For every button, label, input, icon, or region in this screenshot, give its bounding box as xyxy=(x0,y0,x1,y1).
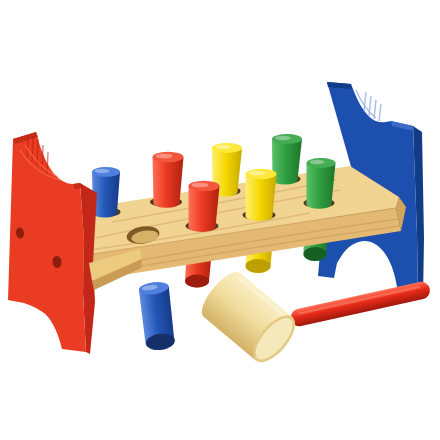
under-peg-yellow-bottom-face xyxy=(246,259,271,273)
peg-yellow-front-body xyxy=(246,174,277,221)
peg-blue-sheen xyxy=(95,169,110,173)
peg-red-back-body xyxy=(153,157,184,208)
peg-red-back-sheen xyxy=(156,154,173,159)
peg-green-back-sheen xyxy=(275,136,291,140)
peg-red-front xyxy=(186,181,220,232)
peg-green-front-body xyxy=(307,163,336,209)
mallet-head xyxy=(195,266,302,369)
peg-yellow-back-sheen xyxy=(215,145,231,149)
peg-red-front-sheen xyxy=(192,183,209,188)
peg-green-back-body xyxy=(272,139,302,185)
mallet-handle xyxy=(289,280,431,328)
under-peg-green-bottom-face xyxy=(304,247,327,261)
peg-green-front xyxy=(304,158,336,209)
mallet-handle-shaft xyxy=(289,280,431,328)
pound-a-peg-scene xyxy=(0,0,440,440)
peg-green-front-sheen xyxy=(310,160,325,164)
red-end-panel xyxy=(8,132,97,354)
peg-red-back xyxy=(150,152,184,208)
peg-yellow-front xyxy=(243,169,277,221)
loose-peg-blue xyxy=(138,280,176,351)
toy-photo xyxy=(0,0,440,440)
peg-red-front-body xyxy=(189,186,220,232)
under-peg-red-bottom-face xyxy=(185,275,209,288)
peg-yellow-front-sheen xyxy=(249,171,266,176)
